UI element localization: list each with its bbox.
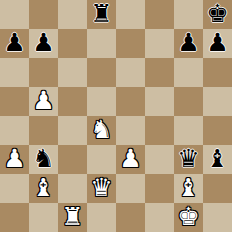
square-b3[interactable]: ♞	[29, 145, 58, 174]
square-f1[interactable]	[145, 203, 174, 232]
square-a6[interactable]	[0, 58, 29, 87]
square-g6[interactable]	[174, 58, 203, 87]
square-c2[interactable]	[58, 174, 87, 203]
square-g8[interactable]	[174, 0, 203, 29]
piece-white-bishop[interactable]: ♝	[32, 174, 54, 202]
piece-black-king[interactable]: ♚	[206, 0, 228, 28]
square-g1[interactable]: ♚	[174, 203, 203, 232]
square-h6[interactable]	[203, 58, 232, 87]
square-h4[interactable]	[203, 116, 232, 145]
square-e5[interactable]	[116, 87, 145, 116]
square-d4[interactable]: ♞	[87, 116, 116, 145]
square-f5[interactable]	[145, 87, 174, 116]
square-g3[interactable]: ♛	[174, 145, 203, 174]
piece-white-queen[interactable]: ♛	[90, 174, 112, 202]
piece-black-bishop[interactable]: ♝	[206, 145, 228, 173]
piece-black-pawn[interactable]: ♟	[3, 29, 25, 57]
piece-white-rook[interactable]: ♜	[61, 203, 83, 231]
square-d7[interactable]	[87, 29, 116, 58]
square-c1[interactable]: ♜	[58, 203, 87, 232]
square-a4[interactable]	[0, 116, 29, 145]
square-e6[interactable]	[116, 58, 145, 87]
square-g2[interactable]: ♝	[174, 174, 203, 203]
piece-white-pawn[interactable]: ♟	[3, 145, 25, 173]
square-f6[interactable]	[145, 58, 174, 87]
square-e3[interactable]: ♟	[116, 145, 145, 174]
chess-board: ♜♚♟♟♟♟♟♞♟♞♟♛♝♝♛♝♜♚	[0, 0, 232, 232]
square-e7[interactable]	[116, 29, 145, 58]
square-c4[interactable]	[58, 116, 87, 145]
square-e1[interactable]	[116, 203, 145, 232]
square-c7[interactable]	[58, 29, 87, 58]
square-c6[interactable]	[58, 58, 87, 87]
square-c3[interactable]	[58, 145, 87, 174]
square-d3[interactable]	[87, 145, 116, 174]
square-d8[interactable]: ♜	[87, 0, 116, 29]
square-h8[interactable]: ♚	[203, 0, 232, 29]
square-d1[interactable]	[87, 203, 116, 232]
square-e2[interactable]	[116, 174, 145, 203]
square-f4[interactable]	[145, 116, 174, 145]
square-f3[interactable]	[145, 145, 174, 174]
piece-black-pawn[interactable]: ♟	[177, 29, 199, 57]
square-a2[interactable]	[0, 174, 29, 203]
square-c8[interactable]	[58, 0, 87, 29]
square-c5[interactable]	[58, 87, 87, 116]
square-e8[interactable]	[116, 0, 145, 29]
square-e4[interactable]	[116, 116, 145, 145]
piece-white-pawn[interactable]: ♟	[119, 145, 141, 173]
square-a5[interactable]	[0, 87, 29, 116]
square-h1[interactable]	[203, 203, 232, 232]
square-b7[interactable]: ♟	[29, 29, 58, 58]
square-b4[interactable]	[29, 116, 58, 145]
piece-white-king[interactable]: ♚	[177, 203, 199, 231]
square-b1[interactable]	[29, 203, 58, 232]
square-f7[interactable]	[145, 29, 174, 58]
square-g5[interactable]	[174, 87, 203, 116]
square-d6[interactable]	[87, 58, 116, 87]
square-b2[interactable]: ♝	[29, 174, 58, 203]
square-f2[interactable]	[145, 174, 174, 203]
square-f8[interactable]	[145, 0, 174, 29]
piece-black-pawn[interactable]: ♟	[32, 29, 54, 57]
piece-white-bishop[interactable]: ♝	[177, 174, 199, 202]
square-g4[interactable]	[174, 116, 203, 145]
square-b6[interactable]	[29, 58, 58, 87]
square-h2[interactable]	[203, 174, 232, 203]
square-a8[interactable]	[0, 0, 29, 29]
square-g7[interactable]: ♟	[174, 29, 203, 58]
square-d5[interactable]	[87, 87, 116, 116]
square-a3[interactable]: ♟	[0, 145, 29, 174]
piece-black-pawn[interactable]: ♟	[206, 29, 228, 57]
piece-black-knight[interactable]: ♞	[32, 145, 54, 173]
piece-black-rook[interactable]: ♜	[90, 0, 112, 28]
piece-white-pawn[interactable]: ♟	[32, 87, 54, 115]
piece-black-queen[interactable]: ♛	[177, 145, 199, 173]
square-d2[interactable]: ♛	[87, 174, 116, 203]
square-a7[interactable]: ♟	[0, 29, 29, 58]
square-h3[interactable]: ♝	[203, 145, 232, 174]
square-h5[interactable]	[203, 87, 232, 116]
square-h7[interactable]: ♟	[203, 29, 232, 58]
square-b5[interactable]: ♟	[29, 87, 58, 116]
square-b8[interactable]	[29, 0, 58, 29]
square-a1[interactable]	[0, 203, 29, 232]
piece-white-knight[interactable]: ♞	[90, 116, 112, 144]
